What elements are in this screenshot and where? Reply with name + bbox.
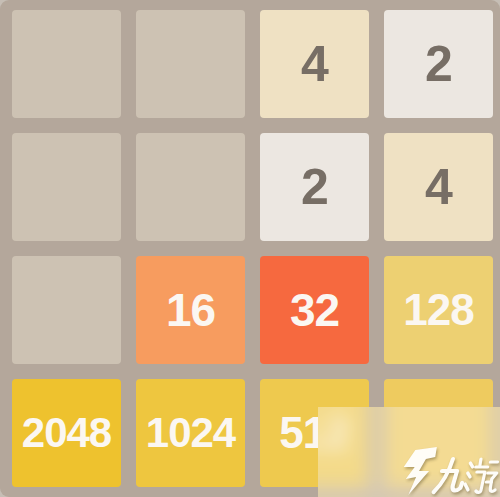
jiuyou-wordmark <box>399 446 499 496</box>
jiuyou-watermark: 九游 <box>399 446 499 496</box>
empty-cell-r1c1 <box>12 10 121 118</box>
2048-board[interactable]: 4224163212820481024512 九游 <box>0 0 500 497</box>
tile-32: 32 <box>260 256 369 364</box>
tile-128: 128 <box>384 256 493 364</box>
tile-2048: 2048 <box>12 379 121 487</box>
jiu-char <box>434 459 466 492</box>
tile-4: 4 <box>260 10 369 118</box>
tile-2: 2 <box>384 10 493 118</box>
empty-cell-r2c1 <box>12 133 121 241</box>
empty-cell-r2c2 <box>136 133 245 241</box>
tile-16: 16 <box>136 256 245 364</box>
you-char <box>464 459 499 492</box>
tile-4: 4 <box>384 133 493 241</box>
g-logo-icon <box>399 447 437 495</box>
empty-cell-r3c1 <box>12 256 121 364</box>
empty-cell-r1c2 <box>136 10 245 118</box>
tile-1024: 1024 <box>136 379 245 487</box>
tile-2: 2 <box>260 133 369 241</box>
